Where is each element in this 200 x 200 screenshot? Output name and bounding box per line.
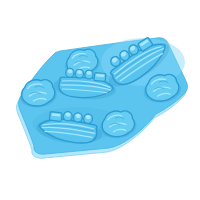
product-image xyxy=(0,0,200,200)
product-photo-stage xyxy=(0,0,200,200)
